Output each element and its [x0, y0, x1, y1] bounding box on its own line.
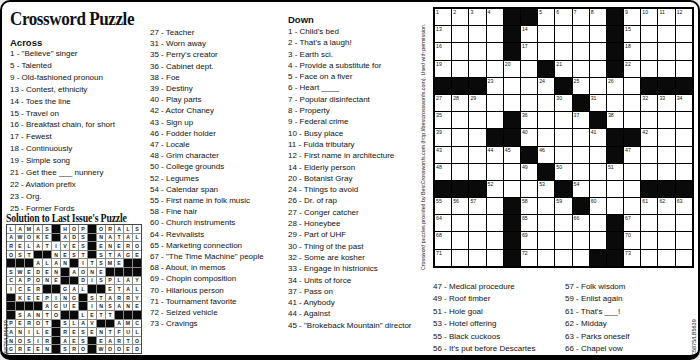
grid-cell[interactable] — [538, 112, 554, 128]
clue-item: 13 - Contest, ethnicity — [10, 84, 148, 96]
grid-cell[interactable] — [555, 232, 571, 248]
grid-cell[interactable] — [658, 250, 674, 266]
clue-item: 17 - Fewest — [10, 131, 148, 143]
clue-number: 49 — [522, 164, 528, 170]
grid-cell[interactable]: 31 — [590, 95, 606, 111]
grid-cell[interactable]: 33 — [658, 95, 674, 111]
grid-cell[interactable] — [641, 112, 657, 128]
solution-letter-cell: S — [16, 251, 24, 259]
grid-cell[interactable] — [573, 43, 589, 59]
grid-cell[interactable] — [538, 232, 554, 248]
grid-cell[interactable] — [590, 78, 606, 94]
solution-letter-cell: T — [106, 251, 114, 259]
grid-cell[interactable]: 67 — [624, 215, 640, 231]
solution-block-cell — [124, 268, 132, 276]
clue-number: 26 — [608, 78, 614, 84]
grid-cell[interactable] — [538, 250, 554, 266]
grid-cell[interactable] — [469, 26, 485, 42]
solution-block-cell — [124, 311, 132, 319]
grid-cell[interactable]: 58 — [521, 198, 537, 214]
clue-item: 49 - Roof timber — [433, 293, 559, 305]
grid-cell[interactable]: 20 — [504, 61, 520, 77]
clue-number: 7 — [574, 9, 577, 15]
grid-cell[interactable] — [676, 129, 692, 145]
solution-block-cell — [133, 259, 141, 267]
solution-letter-cell: R — [106, 225, 114, 233]
grid-cell[interactable] — [676, 147, 692, 163]
grid-cell[interactable] — [676, 61, 692, 77]
clue-number: 53 — [539, 181, 545, 187]
clue-number: 19 — [436, 61, 442, 67]
grid-cell[interactable] — [469, 232, 485, 248]
grid-cell[interactable] — [555, 112, 571, 128]
grid-cell[interactable] — [504, 181, 520, 197]
grid-cell[interactable] — [658, 164, 674, 180]
solution-letter-cell: E — [34, 345, 42, 353]
grid-cell[interactable]: 18 — [624, 43, 640, 59]
grid-cell[interactable]: 35 — [435, 112, 451, 128]
block-cell — [504, 26, 520, 42]
grid-cell[interactable]: 70 — [624, 232, 640, 248]
clue-number: 13 — [436, 26, 442, 32]
grid-cell[interactable] — [676, 43, 692, 59]
grid-cell[interactable] — [487, 215, 503, 231]
solution-letter-cell: T — [97, 311, 105, 319]
grid-cell[interactable] — [624, 78, 640, 94]
clue-number: 33 — [659, 95, 665, 101]
grid-cell[interactable] — [590, 181, 606, 197]
grid-cell[interactable] — [555, 26, 571, 42]
grid-cell[interactable] — [469, 129, 485, 145]
solution-block-cell — [79, 302, 87, 310]
grid-cell[interactable]: 41 — [590, 129, 606, 145]
clue-number: 1 — [436, 9, 439, 15]
clue-item: 27 - Conger catcher — [288, 207, 422, 218]
grid-cell[interactable] — [641, 164, 657, 180]
solution-letter-cell: E — [115, 259, 123, 267]
solution-letter-cell: G — [52, 302, 60, 310]
grid-cell[interactable] — [658, 232, 674, 248]
grid-cell[interactable] — [469, 112, 485, 128]
solution-letter-cell: A — [16, 225, 24, 233]
grid-cell[interactable]: 66 — [573, 215, 589, 231]
grid-cell[interactable] — [607, 181, 623, 197]
solution-letter-cell: N — [43, 277, 51, 285]
grid-cell[interactable]: 54 — [573, 181, 589, 197]
clue-item: 5 - Face on a fiver — [288, 71, 422, 82]
solution-letter-cell: E — [115, 242, 123, 250]
block-cell — [504, 250, 520, 266]
grid-cell[interactable] — [452, 250, 468, 266]
clue-number: 20 — [505, 61, 511, 67]
grid-cell[interactable] — [676, 26, 692, 42]
grid-cell[interactable] — [487, 43, 503, 59]
block-cell — [573, 95, 589, 111]
solution-letter-cell: N — [124, 302, 132, 310]
solution-block-cell — [25, 259, 33, 267]
grid-cell[interactable] — [573, 61, 589, 77]
grid-cell[interactable]: 23 — [487, 78, 503, 94]
grid-cell[interactable] — [590, 26, 606, 42]
grid-cell[interactable]: 38 — [607, 112, 623, 128]
grid-cell[interactable] — [538, 43, 554, 59]
solution-letter-cell: S — [61, 345, 69, 353]
grid-cell[interactable] — [641, 232, 657, 248]
grid-cell[interactable] — [658, 129, 674, 145]
clue-number: 23 — [488, 78, 494, 84]
grid-cell[interactable] — [487, 198, 503, 214]
grid-cell[interactable]: 48 — [435, 164, 451, 180]
grid-cell[interactable] — [521, 61, 537, 77]
solution-letter-cell: S — [43, 225, 51, 233]
grid-cell[interactable]: 26 — [607, 78, 623, 94]
grid-cell[interactable] — [504, 164, 520, 180]
down-clue-list-continued-2: 57 - Folk wisdom59 - Enlist again61 - Th… — [565, 281, 687, 355]
grid-cell[interactable]: 57 — [469, 198, 485, 214]
solution-block-cell — [88, 225, 96, 233]
grid-cell[interactable] — [573, 232, 589, 248]
grid-cell[interactable]: 25 — [573, 78, 589, 94]
solution-letter-cell: L — [25, 242, 33, 250]
grid-cell[interactable]: 32 — [641, 95, 657, 111]
grid-cell[interactable] — [487, 95, 503, 111]
grid-cell[interactable] — [504, 78, 520, 94]
clue-number: 45 — [505, 147, 511, 153]
grid-cell[interactable] — [641, 26, 657, 42]
solution-letter-cell: I — [34, 337, 42, 345]
grid-cell[interactable]: 40 — [521, 129, 537, 145]
grid-cell[interactable] — [452, 232, 468, 248]
grid-cell[interactable] — [487, 26, 503, 42]
block-cell — [607, 215, 623, 231]
grid-cell[interactable]: 2 — [452, 9, 468, 25]
clue-number: 69 — [522, 232, 528, 238]
puzzle-id-right: C5875/LB5639 — [691, 292, 700, 356]
grid-cell[interactable] — [641, 250, 657, 266]
solution-letter-cell: O — [106, 345, 114, 353]
grid-cell[interactable] — [555, 129, 571, 145]
grid-cell[interactable] — [487, 61, 503, 77]
grid-cell[interactable]: 47 — [624, 147, 640, 163]
grid-cell[interactable]: 21 — [555, 61, 571, 77]
grid-cell[interactable] — [590, 232, 606, 248]
grid-cell[interactable]: 11 — [658, 9, 674, 25]
solution-letter-cell: E — [88, 311, 96, 319]
grid-cell[interactable]: 22 — [624, 61, 640, 77]
grid-cell[interactable]: 29 — [469, 95, 485, 111]
grid-cell[interactable] — [641, 61, 657, 77]
clue-item: 55 - Black cuckoos — [433, 331, 559, 343]
solution-letter-cell: A — [124, 234, 132, 242]
clue-number: 46 — [539, 147, 545, 153]
grid-cell[interactable] — [504, 95, 520, 111]
grid-cell[interactable]: 19 — [435, 61, 451, 77]
solution-letter-cell: G — [61, 285, 69, 293]
grid-cell[interactable]: 8 — [590, 9, 606, 25]
clue-item: 55 - First name in folk music — [150, 195, 278, 206]
solution-letter-cell: G — [70, 294, 78, 302]
grid-cell[interactable]: 12 — [676, 9, 692, 25]
grid-cell[interactable] — [624, 181, 640, 197]
grid-cell[interactable]: 53 — [538, 181, 554, 197]
clue-item: 20 - Botanist Gray — [288, 173, 422, 184]
grid-cell[interactable] — [487, 232, 503, 248]
grid-cell[interactable] — [469, 43, 485, 59]
grid-cell[interactable]: 73 — [624, 250, 640, 266]
grid-cell[interactable]: 3 — [469, 9, 485, 25]
grid-cell[interactable] — [452, 43, 468, 59]
solution-block-cell — [25, 302, 33, 310]
grid-cell[interactable]: 10 — [641, 9, 657, 25]
clue-item: 9 - Federal crime — [288, 116, 422, 127]
clue-item: 50 - College grounds — [150, 161, 278, 172]
grid-cell[interactable] — [452, 164, 468, 180]
grid-cell[interactable]: 69 — [521, 232, 537, 248]
solution-block-cell — [34, 251, 42, 259]
block-cell — [590, 250, 606, 266]
solution-letter-cell: L — [124, 225, 132, 233]
grid-cell[interactable]: 52 — [487, 181, 503, 197]
grid-cell[interactable] — [607, 198, 623, 214]
clue-item: 48 - Grim character — [150, 150, 278, 161]
grid-cell[interactable] — [590, 164, 606, 180]
grid-cell[interactable] — [658, 147, 674, 163]
grid-cell[interactable]: 49 — [521, 164, 537, 180]
grid-cell[interactable]: 39 — [435, 129, 451, 145]
grid-cell[interactable] — [590, 61, 606, 77]
grid-cell[interactable] — [555, 215, 571, 231]
grid-cell[interactable] — [658, 61, 674, 77]
grid-cell[interactable]: 5 — [538, 9, 554, 25]
grid-cell[interactable]: 43 — [435, 147, 451, 163]
grid-cell[interactable]: 14 — [521, 26, 537, 42]
grid-cell[interactable] — [538, 95, 554, 111]
clue-number: 44 — [488, 147, 494, 153]
solution-letter-cell: I — [88, 277, 96, 285]
block-cell — [435, 78, 451, 94]
solution-letter-cell: C — [7, 277, 15, 285]
grid-cell[interactable] — [624, 95, 640, 111]
clue-item: 7 - Popular disinfectant — [288, 94, 422, 105]
clue-item: 9 - Old-fashioned pronoun — [10, 72, 148, 84]
solution-letter-cell: E — [25, 268, 33, 276]
grid-cell[interactable] — [469, 250, 485, 266]
solution-letter-cell: N — [34, 311, 42, 319]
grid-cell[interactable]: 6 — [555, 9, 571, 25]
grid-cell[interactable] — [658, 215, 674, 231]
solution-letter-cell: N — [88, 268, 96, 276]
clue-item: 45 - "Brokeback Mountain" director — [288, 320, 422, 331]
grid-cell[interactable] — [590, 147, 606, 163]
solution-block-cell — [70, 277, 78, 285]
grid-cell[interactable] — [641, 147, 657, 163]
solution-letter-cell: R — [61, 328, 69, 336]
block-cell — [555, 78, 571, 94]
grid-cell[interactable] — [676, 250, 692, 266]
grid-cell[interactable]: 59 — [555, 198, 571, 214]
grid-cell[interactable] — [469, 147, 485, 163]
solution-block-cell — [52, 320, 60, 328]
grid-cell[interactable] — [521, 181, 537, 197]
grid-cell[interactable] — [487, 112, 503, 128]
grid-cell[interactable] — [624, 198, 640, 214]
block-cell — [607, 129, 623, 145]
grid-cell[interactable]: 46 — [538, 147, 554, 163]
grid-cell[interactable] — [469, 61, 485, 77]
grid-cell[interactable] — [452, 147, 468, 163]
grid-cell[interactable]: 45 — [504, 147, 520, 163]
solution-letter-cell: E — [70, 337, 78, 345]
grid-cell[interactable] — [538, 215, 554, 231]
solution-letter-cell: S — [133, 225, 141, 233]
solution-letter-cell: E — [43, 234, 51, 242]
solution-letter-cell: R — [7, 242, 15, 250]
grid-cell[interactable] — [641, 43, 657, 59]
grid-cell[interactable] — [573, 147, 589, 163]
grid-cell[interactable] — [469, 164, 485, 180]
grid-cell[interactable] — [658, 43, 674, 59]
grid-cell[interactable]: 72 — [521, 250, 537, 266]
grid-cell[interactable] — [555, 43, 571, 59]
grid-cell[interactable]: 1 — [435, 9, 451, 25]
solution-letter-cell: K — [16, 294, 24, 302]
grid-cell[interactable] — [452, 61, 468, 77]
clue-item: 60 - Church instruments — [150, 217, 278, 228]
solution-letter-cell: E — [70, 242, 78, 250]
grid-cell[interactable] — [624, 164, 640, 180]
grid-cell[interactable]: 71 — [435, 250, 451, 266]
solution-letter-cell: O — [133, 337, 141, 345]
solution-letter-cell: E — [88, 328, 96, 336]
grid-cell[interactable]: 62 — [658, 198, 674, 214]
grid-cell[interactable] — [487, 164, 503, 180]
grid-cell[interactable]: 27 — [435, 95, 451, 111]
grid-cell[interactable] — [521, 95, 537, 111]
grid-cell[interactable]: 44 — [487, 147, 503, 163]
grid-cell[interactable] — [573, 164, 589, 180]
block-cell — [504, 198, 520, 214]
grid-cell[interactable] — [538, 129, 554, 145]
block-cell — [555, 181, 571, 197]
grid-cell[interactable] — [452, 215, 468, 231]
grid-cell[interactable]: 55 — [435, 198, 451, 214]
grid-cell[interactable]: 68 — [435, 232, 451, 248]
clue-number: 39 — [436, 129, 442, 135]
solution-letter-cell: A — [115, 251, 123, 259]
block-cell — [641, 78, 657, 94]
grid-cell[interactable] — [538, 198, 554, 214]
grid-cell[interactable]: 50 — [555, 164, 571, 180]
grid-cell[interactable]: 64 — [435, 215, 451, 231]
clue-number: 62 — [659, 198, 665, 204]
clue-item: 12 - First name in architecture — [288, 150, 422, 161]
clue-number: 42 — [642, 129, 648, 135]
grid-cell[interactable] — [538, 26, 554, 42]
clue-item: 10 - Busy place — [288, 128, 422, 139]
clue-item: 70 - Hilarious person — [150, 285, 278, 296]
grid-cell[interactable] — [590, 215, 606, 231]
solution-letter-cell: T — [79, 251, 87, 259]
grid-cell[interactable]: 9 — [624, 9, 640, 25]
solution-letter-cell: S — [97, 259, 105, 267]
grid-cell[interactable]: 16 — [435, 43, 451, 59]
across-clue-list: 1 - "Believe" singer5 - Talented9 - Old-… — [10, 48, 148, 215]
grid-cell[interactable]: 61 — [641, 198, 657, 214]
solution-letter-cell: N — [97, 302, 105, 310]
clue-item: 37 - Pass on — [288, 286, 422, 297]
grid-cell[interactable] — [658, 26, 674, 42]
block-cell — [607, 9, 623, 25]
solution-letter-cell: L — [133, 234, 141, 242]
grid-cell[interactable]: 42 — [641, 129, 657, 145]
grid-cell[interactable]: 51 — [607, 164, 623, 180]
grid-cell[interactable] — [676, 112, 692, 128]
grid-cell[interactable] — [555, 250, 571, 266]
grid-cell[interactable]: 37 — [573, 112, 589, 128]
grid-cell[interactable] — [573, 250, 589, 266]
block-cell — [452, 78, 468, 94]
solution-letter-cell: A — [106, 234, 114, 242]
grid-cell[interactable]: 60 — [590, 198, 606, 214]
clue-number: 28 — [453, 95, 459, 101]
grid-cell[interactable] — [676, 215, 692, 231]
solution-block-cell — [133, 268, 141, 276]
grid-cell[interactable]: 36 — [521, 112, 537, 128]
grid-cell[interactable] — [607, 95, 623, 111]
block-cell — [504, 112, 520, 128]
grid-cell[interactable] — [658, 112, 674, 128]
grid-cell[interactable] — [590, 43, 606, 59]
grid-cell[interactable] — [555, 147, 571, 163]
grid-cell[interactable]: 63 — [676, 198, 692, 214]
grid-cell[interactable]: 30 — [555, 95, 571, 111]
solution-letter-cell: N — [97, 234, 105, 242]
grid-cell[interactable] — [641, 215, 657, 231]
grid-cell[interactable]: 65 — [521, 215, 537, 231]
grid-cell[interactable] — [452, 129, 468, 145]
solution-letter-cell: M — [106, 259, 114, 267]
grid-cell[interactable] — [487, 250, 503, 266]
grid-cell[interactable] — [676, 164, 692, 180]
block-cell — [607, 250, 623, 266]
grid-cell[interactable]: 4 — [487, 9, 503, 25]
solution-letter-cell: S — [79, 234, 87, 242]
grid-cell[interactable]: 7 — [573, 9, 589, 25]
solution-letter-cell: S — [97, 251, 105, 259]
solution-block-cell — [106, 268, 114, 276]
grid-cell[interactable]: 17 — [521, 43, 537, 59]
grid-cell[interactable]: 28 — [452, 95, 468, 111]
grid-cell[interactable] — [676, 232, 692, 248]
grid-cell[interactable]: 13 — [435, 26, 451, 42]
grid-cell[interactable] — [573, 26, 589, 42]
grid-cell[interactable]: 34 — [676, 95, 692, 111]
grid-cell[interactable]: 56 — [452, 198, 468, 214]
grid-cell[interactable]: 24 — [538, 78, 554, 94]
grid-cell[interactable]: 15 — [624, 26, 640, 42]
solution-letter-cell: A — [34, 259, 42, 267]
grid-cell[interactable] — [521, 78, 537, 94]
solution-letter-cell: T — [115, 285, 123, 293]
grid-cell[interactable] — [573, 129, 589, 145]
grid-cell[interactable] — [452, 112, 468, 128]
solution-block-cell — [133, 311, 141, 319]
grid-cell[interactable] — [469, 215, 485, 231]
clue-number: 43 — [436, 147, 442, 153]
solution-letter-cell: S — [106, 302, 114, 310]
grid-cell[interactable] — [452, 26, 468, 42]
grid-cell[interactable] — [624, 112, 640, 128]
